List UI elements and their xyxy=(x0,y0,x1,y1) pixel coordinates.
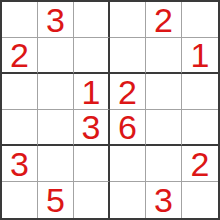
cell-r3c6[interactable] xyxy=(182,74,218,110)
cell-r1c5[interactable]: 2 xyxy=(146,2,182,38)
cell-r6c4[interactable] xyxy=(110,182,146,218)
cell-r2c1[interactable]: 2 xyxy=(2,38,38,74)
cell-r2c4[interactable] xyxy=(110,38,146,74)
cell-r5c5[interactable] xyxy=(146,146,182,182)
cell-r5c6[interactable]: 2 xyxy=(182,146,218,182)
cell-r4c5[interactable] xyxy=(146,110,182,146)
cell-r3c3[interactable]: 1 xyxy=(74,74,110,110)
cell-r5c2[interactable] xyxy=(38,146,74,182)
cell-r4c1[interactable] xyxy=(2,110,38,146)
cell-r2c5[interactable] xyxy=(146,38,182,74)
cell-r1c6[interactable] xyxy=(182,2,218,38)
cell-r6c2[interactable]: 5 xyxy=(38,182,74,218)
cell-r2c6[interactable]: 1 xyxy=(182,38,218,74)
cell-r4c6[interactable] xyxy=(182,110,218,146)
cell-r2c3[interactable] xyxy=(74,38,110,74)
cell-r4c4[interactable]: 6 xyxy=(110,110,146,146)
cell-r3c2[interactable] xyxy=(38,74,74,110)
cell-r4c2[interactable] xyxy=(38,110,74,146)
cell-r3c4[interactable]: 2 xyxy=(110,74,146,110)
cell-r1c3[interactable] xyxy=(74,2,110,38)
cell-r1c1[interactable] xyxy=(2,2,38,38)
cell-r1c2[interactable]: 3 xyxy=(38,2,74,38)
cell-r6c5[interactable]: 3 xyxy=(146,182,182,218)
cell-r6c3[interactable] xyxy=(74,182,110,218)
cell-r5c1[interactable]: 3 xyxy=(2,146,38,182)
sudoku-board: 3 2 2 1 1 2 3 6 3 2 5 3 xyxy=(0,0,220,220)
cell-r1c4[interactable] xyxy=(110,2,146,38)
cell-r3c5[interactable] xyxy=(146,74,182,110)
cell-r6c1[interactable] xyxy=(2,182,38,218)
cell-r5c3[interactable] xyxy=(74,146,110,182)
cell-r3c1[interactable] xyxy=(2,74,38,110)
cell-r2c2[interactable] xyxy=(38,38,74,74)
cell-r5c4[interactable] xyxy=(110,146,146,182)
cell-r6c6[interactable] xyxy=(182,182,218,218)
cell-r4c3[interactable]: 3 xyxy=(74,110,110,146)
